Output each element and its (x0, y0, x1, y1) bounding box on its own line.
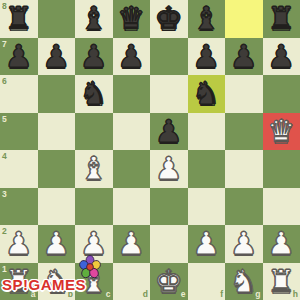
square-c6[interactable]: ♞ (75, 75, 113, 113)
square-h5[interactable]: ♛ (263, 113, 301, 151)
square-e2[interactable] (150, 225, 188, 263)
square-d4[interactable] (113, 150, 151, 188)
square-c5[interactable] (75, 113, 113, 151)
square-b4[interactable] (38, 150, 76, 188)
square-a4[interactable]: 4 (0, 150, 38, 188)
piece-white-pawn-g2[interactable]: ♟ (230, 225, 258, 263)
piece-black-pawn-h7[interactable]: ♟ (267, 38, 295, 76)
square-h6[interactable] (263, 75, 301, 113)
square-e1[interactable]: e♚ (150, 263, 188, 300)
square-d3[interactable] (113, 188, 151, 226)
watermark-text: SP!GAMES (2, 276, 86, 293)
square-b6[interactable] (38, 75, 76, 113)
square-a8[interactable]: 8♜ (0, 0, 38, 38)
piece-white-knight-g1[interactable]: ♞ (230, 263, 258, 300)
square-f4[interactable] (188, 150, 226, 188)
rank-label-6: 6 (2, 77, 7, 86)
square-e7[interactable] (150, 38, 188, 76)
square-h3[interactable] (263, 188, 301, 226)
square-b7[interactable]: ♟ (38, 38, 76, 76)
square-e4[interactable]: ♟ (150, 150, 188, 188)
square-b5[interactable] (38, 113, 76, 151)
piece-black-pawn-e5[interactable]: ♟ (155, 113, 183, 151)
square-g7[interactable]: ♟ (225, 38, 263, 76)
piece-black-bishop-f8[interactable]: ♝ (192, 0, 220, 38)
piece-black-pawn-f7[interactable]: ♟ (192, 38, 220, 76)
square-d2[interactable]: ♟ (113, 225, 151, 263)
piece-black-king-e8[interactable]: ♚ (155, 0, 183, 38)
square-e3[interactable] (150, 188, 188, 226)
piece-black-pawn-d7[interactable]: ♟ (117, 38, 145, 76)
piece-black-pawn-a7[interactable]: ♟ (5, 38, 33, 76)
square-f3[interactable] (188, 188, 226, 226)
file-label-d: d (143, 290, 148, 299)
square-g5[interactable] (225, 113, 263, 151)
square-f7[interactable]: ♟ (188, 38, 226, 76)
square-f1[interactable]: f (188, 263, 226, 300)
piece-black-pawn-b7[interactable]: ♟ (42, 38, 70, 76)
square-e6[interactable] (150, 75, 188, 113)
piece-white-pawn-a2[interactable]: ♟ (5, 225, 33, 263)
square-c8[interactable]: ♝ (75, 0, 113, 38)
square-a6[interactable]: 6 (0, 75, 38, 113)
square-h7[interactable]: ♟ (263, 38, 301, 76)
square-e8[interactable]: ♚ (150, 0, 188, 38)
piece-black-knight-c6[interactable]: ♞ (80, 75, 108, 113)
piece-white-queen-h5[interactable]: ♛ (267, 113, 295, 151)
chess-app: 8♜♝♛♚♝♜7♟♟♟♟♟♟♟6♞♞5♟♛4♝♟32♟♟♟♟♟♟♟1a♜b♞c♝… (0, 0, 300, 300)
square-b2[interactable]: ♟ (38, 225, 76, 263)
square-g2[interactable]: ♟ (225, 225, 263, 263)
square-a3[interactable]: 3 (0, 188, 38, 226)
square-d1[interactable]: d (113, 263, 151, 300)
square-d6[interactable] (113, 75, 151, 113)
square-b3[interactable] (38, 188, 76, 226)
square-g1[interactable]: g♞ (225, 263, 263, 300)
square-d7[interactable]: ♟ (113, 38, 151, 76)
piece-black-knight-f6[interactable]: ♞ (192, 75, 220, 113)
piece-black-pawn-c7[interactable]: ♟ (80, 38, 108, 76)
square-b8[interactable] (38, 0, 76, 38)
square-a2[interactable]: 2♟ (0, 225, 38, 263)
square-g6[interactable] (225, 75, 263, 113)
piece-black-rook-h8[interactable]: ♜ (267, 0, 295, 38)
piece-black-rook-a8[interactable]: ♜ (5, 0, 33, 38)
piece-white-pawn-b2[interactable]: ♟ (42, 225, 70, 263)
square-d5[interactable] (113, 113, 151, 151)
square-c4[interactable]: ♝ (75, 150, 113, 188)
piece-white-pawn-f2[interactable]: ♟ (192, 225, 220, 263)
rank-label-3: 3 (2, 190, 7, 199)
square-c3[interactable] (75, 188, 113, 226)
square-c7[interactable]: ♟ (75, 38, 113, 76)
piece-white-pawn-e4[interactable]: ♟ (155, 150, 183, 188)
piece-white-bishop-c4[interactable]: ♝ (80, 150, 108, 188)
chess-board[interactable]: 8♜♝♛♚♝♜7♟♟♟♟♟♟♟6♞♞5♟♛4♝♟32♟♟♟♟♟♟♟1a♜b♞c♝… (0, 0, 300, 300)
rank-label-4: 4 (2, 152, 7, 161)
piece-black-bishop-c8[interactable]: ♝ (80, 0, 108, 38)
square-h8[interactable]: ♜ (263, 0, 301, 38)
square-a5[interactable]: 5 (0, 113, 38, 151)
piece-white-king-e1[interactable]: ♚ (155, 263, 183, 300)
piece-white-pawn-d2[interactable]: ♟ (117, 225, 145, 263)
file-label-f: f (220, 290, 223, 299)
square-f2[interactable]: ♟ (188, 225, 226, 263)
piece-black-queen-d8[interactable]: ♛ (117, 0, 145, 38)
square-g4[interactable] (225, 150, 263, 188)
square-f6[interactable]: ♞ (188, 75, 226, 113)
square-h4[interactable] (263, 150, 301, 188)
square-h2[interactable]: ♟ (263, 225, 301, 263)
rank-label-5: 5 (2, 115, 7, 124)
square-e5[interactable]: ♟ (150, 113, 188, 151)
square-d8[interactable]: ♛ (113, 0, 151, 38)
piece-black-pawn-g7[interactable]: ♟ (230, 38, 258, 76)
square-f8[interactable]: ♝ (188, 0, 226, 38)
square-h1[interactable]: h♜ (263, 263, 301, 300)
square-g8[interactable] (225, 0, 263, 38)
spgames-logo-icon (78, 255, 102, 281)
square-f5[interactable] (188, 113, 226, 151)
square-g3[interactable] (225, 188, 263, 226)
piece-white-pawn-h2[interactable]: ♟ (267, 225, 295, 263)
square-a7[interactable]: 7♟ (0, 38, 38, 76)
piece-white-rook-h1[interactable]: ♜ (267, 263, 295, 300)
